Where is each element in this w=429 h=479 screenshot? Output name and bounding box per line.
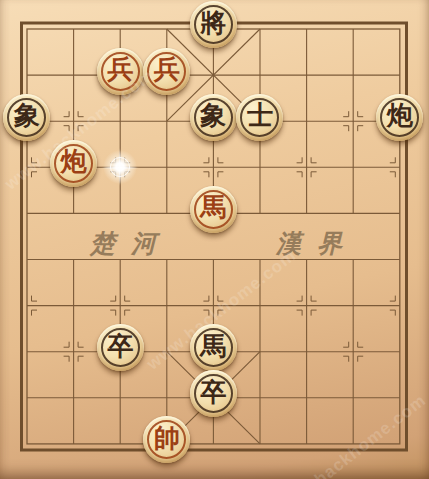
piece-character: 炮 [387,103,413,129]
point-f3-r2[interactable]: 兵 [97,52,144,98]
point-f6-r7[interactable] [237,282,284,328]
point-f8-r1[interactable] [330,6,377,52]
piece-character: 炮 [61,149,87,175]
point-f9-r6[interactable] [376,236,423,282]
point-f7-r7[interactable] [283,282,330,328]
point-f2-r2[interactable] [50,52,97,98]
point-f3-r6[interactable] [97,236,144,282]
point-f6-r3[interactable]: 士 [237,98,284,144]
point-f3-r3[interactable] [97,98,144,144]
point-f6-r9[interactable] [237,375,284,421]
point-f8-r10[interactable] [330,421,377,467]
point-f7-r6[interactable] [283,236,330,282]
point-f8-r3[interactable] [330,98,377,144]
point-f9-r9[interactable] [376,375,423,421]
piece-red-soldier[interactable]: 兵 [97,48,144,95]
point-f8-r4[interactable] [330,144,377,190]
point-f4-r10[interactable]: 帥 [143,421,190,467]
point-f4-r1[interactable] [143,6,190,52]
point-f3-r5[interactable] [97,190,144,236]
point-f6-r4[interactable] [237,144,284,190]
point-f2-r4[interactable]: 炮 [50,144,97,190]
point-f3-r9[interactable] [97,375,144,421]
piece-character: 象 [200,103,226,129]
point-f1-r3[interactable]: 象 [4,98,51,144]
point-f1-r5[interactable] [4,190,51,236]
point-f2-r5[interactable] [50,190,97,236]
piece-character: 馬 [200,334,226,360]
point-f7-r4[interactable] [283,144,330,190]
point-f1-r6[interactable] [4,236,51,282]
point-f7-r8[interactable] [283,329,330,375]
piece-black-cannon[interactable]: 炮 [376,94,423,141]
piece-black-soldier[interactable]: 卒 [97,324,144,371]
point-f2-r7[interactable] [50,282,97,328]
move-highlight-sparkle [101,148,139,186]
point-f4-r7[interactable] [143,282,190,328]
point-f6-r2[interactable] [237,52,284,98]
point-f5-r5[interactable]: 馬 [190,190,237,236]
piece-character: 象 [14,103,40,129]
point-f2-r1[interactable] [50,6,97,52]
point-f9-r3[interactable]: 炮 [376,98,423,144]
point-f5-r4[interactable] [190,144,237,190]
point-f4-r4[interactable] [143,144,190,190]
point-f1-r10[interactable] [4,421,51,467]
point-f1-r2[interactable] [4,52,51,98]
point-f3-r7[interactable] [97,282,144,328]
point-f4-r8[interactable] [143,329,190,375]
point-f5-r2[interactable] [190,52,237,98]
point-f9-r5[interactable] [376,190,423,236]
point-f7-r3[interactable] [283,98,330,144]
point-f8-r2[interactable] [330,52,377,98]
piece-black-elephant[interactable]: 象 [3,94,50,141]
point-f8-r8[interactable] [330,329,377,375]
point-f7-r1[interactable] [283,6,330,52]
point-f8-r5[interactable] [330,190,377,236]
point-f9-r8[interactable] [376,329,423,375]
point-f6-r8[interactable] [237,329,284,375]
point-f7-r10[interactable] [283,421,330,467]
point-f2-r10[interactable] [50,421,97,467]
point-f9-r10[interactable] [376,421,423,467]
point-f4-r2[interactable]: 兵 [143,52,190,98]
point-f7-r2[interactable] [283,52,330,98]
point-f2-r6[interactable] [50,236,97,282]
piece-character: 帥 [154,426,180,452]
point-f7-r9[interactable] [283,375,330,421]
piece-red-soldier[interactable]: 兵 [143,48,190,95]
piece-black-soldier[interactable]: 卒 [190,370,237,417]
point-f4-r5[interactable] [143,190,190,236]
point-f8-r6[interactable] [330,236,377,282]
piece-character: 將 [200,11,226,37]
piece-character: 士 [247,103,273,129]
point-f4-r9[interactable] [143,375,190,421]
point-f4-r3[interactable] [143,98,190,144]
point-f9-r1[interactable] [376,6,423,52]
point-f9-r7[interactable] [376,282,423,328]
point-f2-r9[interactable] [50,375,97,421]
point-f5-r9[interactable]: 卒 [190,375,237,421]
point-f2-r8[interactable] [50,329,97,375]
piece-character: 兵 [107,57,133,83]
piece-character: 卒 [200,380,226,406]
point-f9-r4[interactable] [376,144,423,190]
point-f8-r7[interactable] [330,282,377,328]
board-grid: 將兵兵象象士炮炮馬卒馬卒帥 [4,6,423,467]
point-f3-r1[interactable] [97,6,144,52]
point-f1-r4[interactable] [4,144,51,190]
point-f1-r9[interactable] [4,375,51,421]
point-f7-r5[interactable] [283,190,330,236]
point-f3-r10[interactable] [97,421,144,467]
piece-red-cannon[interactable]: 炮 [50,140,97,187]
piece-character: 卒 [107,334,133,360]
point-f6-r10[interactable] [237,421,284,467]
point-f5-r1[interactable]: 將 [190,6,237,52]
point-f6-r1[interactable] [237,6,284,52]
point-f4-r6[interactable] [143,236,190,282]
point-f5-r3[interactable]: 象 [190,98,237,144]
point-f1-r1[interactable] [4,6,51,52]
piece-black-elephant[interactable]: 象 [190,94,237,141]
point-f1-r7[interactable] [4,282,51,328]
piece-black-horse[interactable]: 馬 [190,324,237,371]
point-f6-r5[interactable] [237,190,284,236]
point-f5-r6[interactable] [190,236,237,282]
point-f5-r10[interactable] [190,421,237,467]
piece-red-horse[interactable]: 馬 [190,186,237,233]
piece-character: 兵 [154,57,180,83]
point-f8-r9[interactable] [330,375,377,421]
point-f9-r2[interactable] [376,52,423,98]
point-f1-r8[interactable] [4,329,51,375]
piece-black-general[interactable]: 將 [190,1,237,48]
xiangqi-board: 楚河 漢界 將兵兵象象士炮炮馬卒馬卒帥 www.hackhome.com www… [0,0,429,479]
piece-character: 馬 [200,195,226,221]
point-f3-r8[interactable]: 卒 [97,329,144,375]
point-f5-r7[interactable] [190,282,237,328]
piece-red-general[interactable]: 帥 [143,416,190,463]
point-f2-r3[interactable] [50,98,97,144]
point-f5-r8[interactable]: 馬 [190,329,237,375]
point-f6-r6[interactable] [237,236,284,282]
piece-black-advisor[interactable]: 士 [236,94,283,141]
